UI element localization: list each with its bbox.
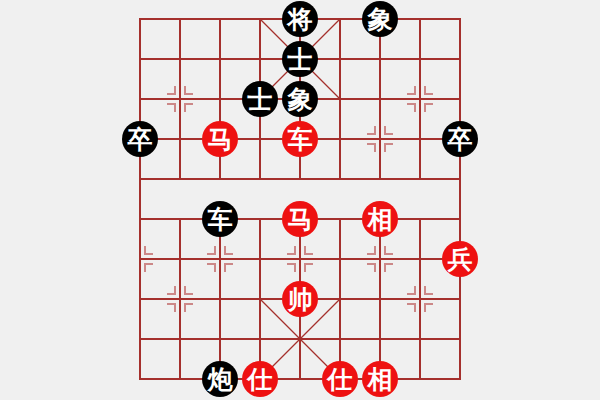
piece-red-horse[interactable]: 马 bbox=[202, 121, 238, 157]
piece-red-advisor[interactable]: 仕 bbox=[322, 361, 358, 397]
piece-grid: 将象士士象卒马车卒车马相兵帅炮仕仕相 bbox=[120, 0, 480, 399]
piece-black-soldier[interactable]: 卒 bbox=[442, 121, 478, 157]
piece-black-advisor[interactable]: 士 bbox=[242, 81, 278, 117]
piece-red-soldier[interactable]: 兵 bbox=[442, 241, 478, 277]
piece-red-horse[interactable]: 马 bbox=[282, 201, 318, 237]
piece-black-soldier[interactable]: 卒 bbox=[122, 121, 158, 157]
piece-red-elephant[interactable]: 相 bbox=[362, 201, 398, 237]
piece-black-general[interactable]: 将 bbox=[282, 1, 318, 37]
piece-black-elephant[interactable]: 象 bbox=[282, 81, 318, 117]
xiangqi-board-area: 将象士士象卒马车卒车马相兵帅炮仕仕相 bbox=[0, 0, 600, 400]
piece-black-chariot[interactable]: 车 bbox=[202, 201, 238, 237]
piece-red-advisor[interactable]: 仕 bbox=[242, 361, 278, 397]
piece-black-elephant[interactable]: 象 bbox=[362, 1, 398, 37]
piece-red-general[interactable]: 帅 bbox=[282, 281, 318, 317]
piece-black-advisor[interactable]: 士 bbox=[282, 41, 318, 77]
piece-red-elephant[interactable]: 相 bbox=[362, 361, 398, 397]
piece-black-cannon[interactable]: 炮 bbox=[202, 361, 238, 397]
piece-red-chariot[interactable]: 车 bbox=[282, 121, 318, 157]
